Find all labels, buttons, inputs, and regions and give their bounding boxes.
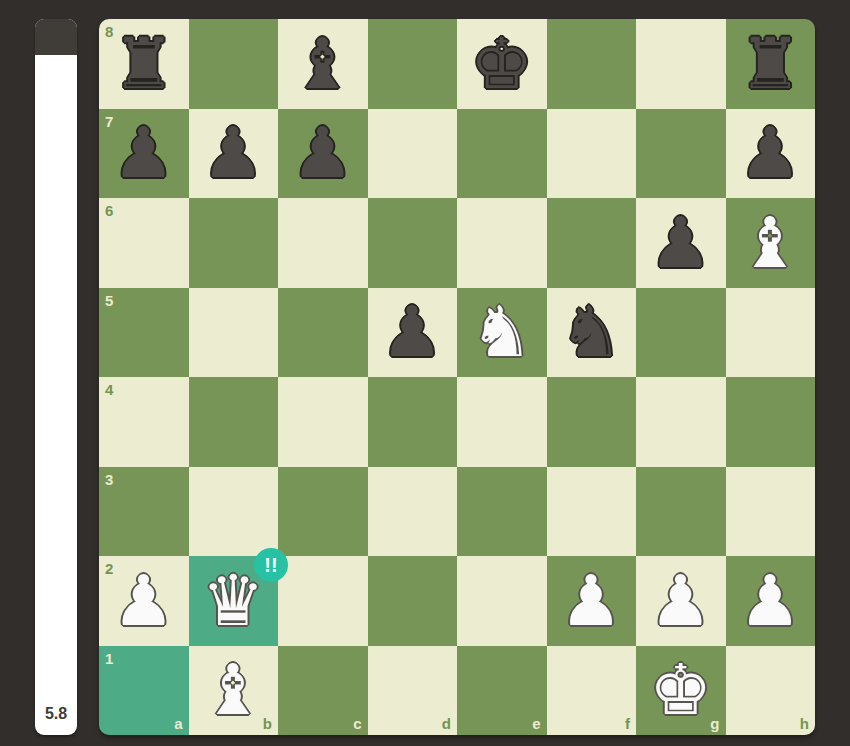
- square-c2[interactable]: [278, 556, 368, 646]
- file-label-a: a: [174, 716, 182, 731]
- black-rook-h8[interactable]: ♜: [726, 19, 816, 109]
- white-pawn-f2[interactable]: ♟: [547, 556, 637, 646]
- square-f8[interactable]: [547, 19, 637, 109]
- square-g7[interactable]: [636, 109, 726, 199]
- white-king-g1[interactable]: ♚: [636, 646, 726, 736]
- file-label-f: f: [625, 716, 630, 731]
- square-b2[interactable]: ♛!!: [189, 556, 279, 646]
- black-king-e8[interactable]: ♚: [457, 19, 547, 109]
- rank-label-6: 6: [105, 203, 113, 218]
- square-g8[interactable]: [636, 19, 726, 109]
- square-e1[interactable]: e: [457, 646, 547, 736]
- square-b7[interactable]: ♟: [189, 109, 279, 199]
- square-e3[interactable]: [457, 467, 547, 557]
- square-g5[interactable]: [636, 288, 726, 378]
- square-b6[interactable]: [189, 198, 279, 288]
- black-bishop-c8[interactable]: ♝: [278, 19, 368, 109]
- square-g6[interactable]: ♟: [636, 198, 726, 288]
- black-rook-a8[interactable]: ♜: [99, 19, 189, 109]
- square-b8[interactable]: [189, 19, 279, 109]
- square-c4[interactable]: [278, 377, 368, 467]
- square-f4[interactable]: [547, 377, 637, 467]
- black-pawn-h7[interactable]: ♟: [726, 109, 816, 199]
- rank-label-3: 3: [105, 472, 113, 487]
- square-e8[interactable]: ♚: [457, 19, 547, 109]
- square-f7[interactable]: [547, 109, 637, 199]
- black-pawn-g6[interactable]: ♟: [636, 198, 726, 288]
- square-d8[interactable]: [368, 19, 458, 109]
- chess-board[interactable]: 8♜♝♚♜7♟♟♟♟6♟♝5♟♞♞432♟♛!!♟♟♟1ab♝cdefg♚h: [99, 19, 815, 735]
- square-e6[interactable]: [457, 198, 547, 288]
- square-e5[interactable]: ♞: [457, 288, 547, 378]
- square-h6[interactable]: ♝: [726, 198, 816, 288]
- square-f2[interactable]: ♟: [547, 556, 637, 646]
- brilliant-move-badge: !!: [254, 548, 288, 582]
- square-g1[interactable]: g♚: [636, 646, 726, 736]
- square-h5[interactable]: [726, 288, 816, 378]
- white-bishop-h6[interactable]: ♝: [726, 198, 816, 288]
- square-h3[interactable]: [726, 467, 816, 557]
- square-d6[interactable]: [368, 198, 458, 288]
- evaluation-score: 5.8: [35, 705, 77, 723]
- square-h7[interactable]: ♟: [726, 109, 816, 199]
- black-pawn-b7[interactable]: ♟: [189, 109, 279, 199]
- square-h1[interactable]: h: [726, 646, 816, 736]
- file-label-c: c: [353, 716, 361, 731]
- square-c7[interactable]: ♟: [278, 109, 368, 199]
- square-f1[interactable]: f: [547, 646, 637, 736]
- black-pawn-c7[interactable]: ♟: [278, 109, 368, 199]
- square-a7[interactable]: 7♟: [99, 109, 189, 199]
- black-pawn-a7[interactable]: ♟: [99, 109, 189, 199]
- white-knight-e5[interactable]: ♞: [457, 288, 547, 378]
- square-b4[interactable]: [189, 377, 279, 467]
- square-h8[interactable]: ♜: [726, 19, 816, 109]
- square-d4[interactable]: [368, 377, 458, 467]
- white-pawn-g2[interactable]: ♟: [636, 556, 726, 646]
- square-d2[interactable]: [368, 556, 458, 646]
- square-b5[interactable]: [189, 288, 279, 378]
- square-f6[interactable]: [547, 198, 637, 288]
- white-pawn-a2[interactable]: ♟: [99, 556, 189, 646]
- square-a6[interactable]: 6: [99, 198, 189, 288]
- square-g2[interactable]: ♟: [636, 556, 726, 646]
- square-a3[interactable]: 3: [99, 467, 189, 557]
- square-c3[interactable]: [278, 467, 368, 557]
- evaluation-bar-black-section: [35, 19, 77, 55]
- black-knight-f5[interactable]: ♞: [547, 288, 637, 378]
- square-c1[interactable]: c: [278, 646, 368, 736]
- square-e2[interactable]: [457, 556, 547, 646]
- rank-label-1: 1: [105, 651, 113, 666]
- square-h4[interactable]: [726, 377, 816, 467]
- square-g3[interactable]: [636, 467, 726, 557]
- square-g4[interactable]: [636, 377, 726, 467]
- square-f5[interactable]: ♞: [547, 288, 637, 378]
- square-h2[interactable]: ♟: [726, 556, 816, 646]
- square-d3[interactable]: [368, 467, 458, 557]
- square-c5[interactable]: [278, 288, 368, 378]
- evaluation-bar: 5.8: [35, 19, 77, 735]
- square-e4[interactable]: [457, 377, 547, 467]
- square-b1[interactable]: b♝: [189, 646, 279, 736]
- black-pawn-d5[interactable]: ♟: [368, 288, 458, 378]
- file-label-h: h: [800, 716, 809, 731]
- square-a1[interactable]: 1a: [99, 646, 189, 736]
- square-f3[interactable]: [547, 467, 637, 557]
- square-d7[interactable]: [368, 109, 458, 199]
- white-pawn-h2[interactable]: ♟: [726, 556, 816, 646]
- square-c6[interactable]: [278, 198, 368, 288]
- white-bishop-b1[interactable]: ♝: [189, 646, 279, 736]
- rank-label-4: 4: [105, 382, 113, 397]
- file-label-e: e: [532, 716, 540, 731]
- evaluation-bar-white-section: 5.8: [35, 55, 77, 735]
- square-c8[interactable]: ♝: [278, 19, 368, 109]
- square-a4[interactable]: 4: [99, 377, 189, 467]
- square-d5[interactable]: ♟: [368, 288, 458, 378]
- rank-label-5: 5: [105, 293, 113, 308]
- file-label-d: d: [442, 716, 451, 731]
- square-a5[interactable]: 5: [99, 288, 189, 378]
- square-a2[interactable]: 2♟: [99, 556, 189, 646]
- square-a8[interactable]: 8♜: [99, 19, 189, 109]
- square-b3[interactable]: [189, 467, 279, 557]
- square-e7[interactable]: [457, 109, 547, 199]
- square-d1[interactable]: d: [368, 646, 458, 736]
